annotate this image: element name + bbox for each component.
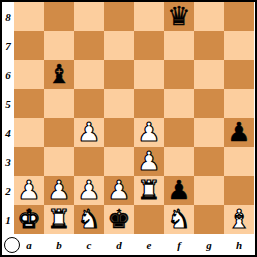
square-e6[interactable]	[134, 60, 164, 89]
square-c3[interactable]	[74, 147, 104, 176]
square-c2[interactable]: ♟	[74, 176, 104, 205]
piece-white-pawn[interactable]: ♟	[137, 118, 160, 147]
file-label-d: d	[104, 234, 134, 255]
piece-white-pawn[interactable]: ♟	[77, 118, 100, 147]
square-f5[interactable]	[164, 89, 194, 118]
square-h3[interactable]	[224, 147, 254, 176]
square-f8[interactable]: ♛	[164, 2, 194, 31]
square-a1[interactable]: ♚	[14, 205, 44, 234]
square-b4[interactable]	[44, 118, 74, 147]
white-to-move-circle-icon	[4, 237, 20, 253]
square-a3[interactable]	[14, 147, 44, 176]
square-g2[interactable]	[194, 176, 224, 205]
square-c6[interactable]	[74, 60, 104, 89]
square-b1[interactable]: ♜	[44, 205, 74, 234]
square-a2[interactable]: ♟	[14, 176, 44, 205]
piece-white-pawn[interactable]: ♟	[137, 147, 160, 176]
square-h8[interactable]	[224, 2, 254, 31]
square-b2[interactable]: ♟	[44, 176, 74, 205]
square-a6[interactable]	[14, 60, 44, 89]
square-c7[interactable]	[74, 31, 104, 60]
square-g8[interactable]	[194, 2, 224, 31]
piece-black-queen[interactable]: ♛	[167, 2, 190, 31]
square-a7[interactable]	[14, 31, 44, 60]
file-label-c: c	[74, 234, 104, 255]
file-label-b: b	[44, 234, 74, 255]
square-h2[interactable]	[224, 176, 254, 205]
chess-diagram: 8♛76♝54♟♟♟3♟2♟♟♟♟♜♟1♚♜♞♚♞♝abcdefgh	[0, 0, 257, 257]
file-label-e: e	[134, 234, 164, 255]
piece-black-pawn[interactable]: ♟	[167, 176, 190, 205]
square-a5[interactable]	[14, 89, 44, 118]
square-d6[interactable]	[104, 60, 134, 89]
piece-black-bishop[interactable]: ♝	[47, 60, 70, 89]
chess-board: 8♛76♝54♟♟♟3♟2♟♟♟♟♜♟1♚♜♞♚♞♝abcdefgh	[2, 2, 255, 255]
square-d1[interactable]: ♚	[104, 205, 134, 234]
square-b6[interactable]: ♝	[44, 60, 74, 89]
rank-label-3: 3	[2, 147, 14, 176]
piece-white-rook[interactable]: ♜	[137, 176, 160, 205]
piece-white-knight[interactable]: ♞	[167, 205, 190, 234]
piece-white-pawn[interactable]: ♟	[17, 176, 40, 205]
side-to-move-cell	[2, 234, 14, 255]
square-e7[interactable]	[134, 31, 164, 60]
square-e2[interactable]: ♜	[134, 176, 164, 205]
rank-label-5: 5	[2, 89, 14, 118]
square-g7[interactable]	[194, 31, 224, 60]
piece-white-pawn[interactable]: ♟	[47, 176, 70, 205]
rank-label-6: 6	[2, 60, 14, 89]
piece-black-pawn[interactable]: ♟	[227, 118, 250, 147]
square-g3[interactable]	[194, 147, 224, 176]
piece-white-pawn[interactable]: ♟	[77, 176, 100, 205]
square-e8[interactable]	[134, 2, 164, 31]
square-b3[interactable]	[44, 147, 74, 176]
square-f2[interactable]: ♟	[164, 176, 194, 205]
piece-white-knight[interactable]: ♞	[77, 205, 100, 234]
square-g1[interactable]	[194, 205, 224, 234]
square-b8[interactable]	[44, 2, 74, 31]
file-label-f: f	[164, 234, 194, 255]
square-d3[interactable]	[104, 147, 134, 176]
square-f4[interactable]	[164, 118, 194, 147]
square-h6[interactable]	[224, 60, 254, 89]
square-d7[interactable]	[104, 31, 134, 60]
piece-white-pawn[interactable]: ♟	[107, 176, 130, 205]
file-label-g: g	[194, 234, 224, 255]
square-e3[interactable]: ♟	[134, 147, 164, 176]
square-d2[interactable]: ♟	[104, 176, 134, 205]
rank-label-7: 7	[2, 31, 14, 60]
piece-white-bishop[interactable]: ♝	[227, 205, 250, 234]
rank-label-2: 2	[2, 176, 14, 205]
square-d4[interactable]	[104, 118, 134, 147]
square-f6[interactable]	[164, 60, 194, 89]
square-g6[interactable]	[194, 60, 224, 89]
square-h5[interactable]	[224, 89, 254, 118]
rank-label-8: 8	[2, 2, 14, 31]
square-c1[interactable]: ♞	[74, 205, 104, 234]
square-a4[interactable]	[14, 118, 44, 147]
square-g5[interactable]	[194, 89, 224, 118]
square-d8[interactable]	[104, 2, 134, 31]
square-c4[interactable]: ♟	[74, 118, 104, 147]
square-f3[interactable]	[164, 147, 194, 176]
square-g4[interactable]	[194, 118, 224, 147]
rank-label-1: 1	[2, 205, 14, 234]
square-e5[interactable]	[134, 89, 164, 118]
file-label-h: h	[224, 234, 254, 255]
square-c8[interactable]	[74, 2, 104, 31]
square-a8[interactable]	[14, 2, 44, 31]
square-h4[interactable]: ♟	[224, 118, 254, 147]
square-b7[interactable]	[44, 31, 74, 60]
square-b5[interactable]	[44, 89, 74, 118]
piece-white-rook[interactable]: ♜	[47, 205, 70, 234]
square-e1[interactable]	[134, 205, 164, 234]
piece-black-king[interactable]: ♚	[107, 205, 130, 234]
square-h1[interactable]: ♝	[224, 205, 254, 234]
square-e4[interactable]: ♟	[134, 118, 164, 147]
piece-white-king[interactable]: ♚	[17, 205, 40, 234]
rank-label-4: 4	[2, 118, 14, 147]
square-h7[interactable]	[224, 31, 254, 60]
square-d5[interactable]	[104, 89, 134, 118]
square-f7[interactable]	[164, 31, 194, 60]
square-f1[interactable]: ♞	[164, 205, 194, 234]
square-c5[interactable]	[74, 89, 104, 118]
